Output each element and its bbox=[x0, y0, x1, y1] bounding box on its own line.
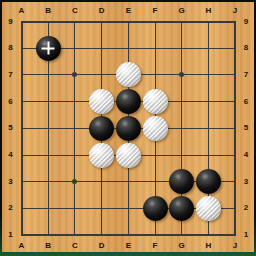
coordinate-label: B bbox=[45, 242, 51, 250]
coordinate-label: E bbox=[126, 242, 131, 250]
black-stone bbox=[116, 89, 141, 114]
white-stone bbox=[143, 89, 168, 114]
coordinate-label: 4 bbox=[244, 151, 248, 159]
coordinate-label: A bbox=[19, 242, 25, 250]
black-stone bbox=[116, 116, 141, 141]
coordinate-label: B bbox=[45, 7, 51, 15]
black-stone bbox=[36, 36, 61, 61]
coordinate-label: E bbox=[126, 7, 131, 15]
white-stone bbox=[143, 116, 168, 141]
coordinate-label: 8 bbox=[244, 44, 248, 52]
black-stone bbox=[196, 169, 221, 194]
white-stone bbox=[196, 196, 221, 221]
coordinate-label: D bbox=[99, 242, 105, 250]
coordinate-label: H bbox=[206, 242, 212, 250]
board-frame: AABBCCDDEEFFGGHHJJ998877665544332211 bbox=[0, 0, 256, 256]
white-stone bbox=[116, 143, 141, 168]
coordinate-label: 5 bbox=[8, 124, 12, 132]
black-stone bbox=[169, 196, 194, 221]
coordinate-label: 9 bbox=[8, 18, 12, 26]
coordinate-label: 3 bbox=[244, 178, 248, 186]
coordinate-label: 1 bbox=[244, 231, 248, 239]
coordinate-label: 7 bbox=[244, 71, 248, 79]
coordinate-label: 7 bbox=[8, 71, 12, 79]
black-stone bbox=[143, 196, 168, 221]
coordinate-label: D bbox=[99, 7, 105, 15]
coordinate-label: 2 bbox=[8, 204, 12, 212]
coordinate-label: F bbox=[153, 7, 158, 15]
coordinate-label: 8 bbox=[8, 44, 12, 52]
coordinate-label: C bbox=[72, 7, 78, 15]
coordinate-label: H bbox=[206, 7, 212, 15]
coordinate-label: J bbox=[233, 242, 237, 250]
coordinate-label: G bbox=[179, 7, 185, 15]
coordinate-label: 4 bbox=[8, 151, 12, 159]
white-stone bbox=[89, 143, 114, 168]
coordinate-label: G bbox=[179, 242, 185, 250]
coordinate-label: A bbox=[19, 7, 25, 15]
last-move-marker bbox=[42, 42, 55, 55]
coordinate-label: 3 bbox=[8, 178, 12, 186]
coordinate-label: 1 bbox=[8, 231, 12, 239]
coordinate-label: C bbox=[72, 242, 78, 250]
coordinate-label: F bbox=[153, 242, 158, 250]
coordinate-label: 2 bbox=[244, 204, 248, 212]
go-board[interactable]: AABBCCDDEEFFGGHHJJ998877665544332211 bbox=[0, 0, 256, 256]
coordinate-label: 9 bbox=[244, 18, 248, 26]
coordinate-label: 6 bbox=[8, 98, 12, 106]
coordinate-label: 5 bbox=[244, 124, 248, 132]
black-stone bbox=[89, 116, 114, 141]
coordinate-label: J bbox=[233, 7, 237, 15]
coordinate-label: 6 bbox=[244, 98, 248, 106]
